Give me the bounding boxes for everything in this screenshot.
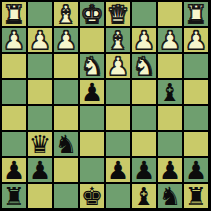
square-g1[interactable] xyxy=(28,2,52,26)
square-d5[interactable] xyxy=(106,106,130,130)
square-g5[interactable] xyxy=(28,106,52,130)
square-d4[interactable] xyxy=(106,80,130,104)
square-e7[interactable] xyxy=(80,158,104,182)
square-h3[interactable] xyxy=(2,54,26,78)
square-f2[interactable]: ♟ xyxy=(54,28,78,52)
piece-white-pawn[interactable]: ♟ xyxy=(185,28,207,53)
piece-white-bishop[interactable]: ♝ xyxy=(55,2,77,27)
square-c4[interactable] xyxy=(132,80,156,104)
piece-black-pawn[interactable]: ♟ xyxy=(29,158,51,183)
piece-white-king[interactable]: ♚ xyxy=(81,2,103,27)
square-c8[interactable]: ♝ xyxy=(132,184,156,208)
square-f4[interactable] xyxy=(54,80,78,104)
piece-white-pawn[interactable]: ♟ xyxy=(133,28,155,53)
square-g8[interactable] xyxy=(28,184,52,208)
piece-black-pawn[interactable]: ♟ xyxy=(159,158,181,183)
square-d7[interactable]: ♟ xyxy=(106,158,130,182)
square-h1[interactable]: ♜ xyxy=(2,2,26,26)
square-e5[interactable] xyxy=(80,106,104,130)
square-h2[interactable]: ♟ xyxy=(2,28,26,52)
square-a7[interactable]: ♟ xyxy=(184,158,208,182)
square-h7[interactable]: ♟ xyxy=(2,158,26,182)
square-c7[interactable]: ♟ xyxy=(132,158,156,182)
square-b3[interactable] xyxy=(158,54,182,78)
square-c6[interactable] xyxy=(132,132,156,156)
piece-white-pawn[interactable]: ♟ xyxy=(107,54,129,79)
square-e1[interactable]: ♚ xyxy=(80,2,104,26)
square-c5[interactable] xyxy=(132,106,156,130)
square-d3[interactable]: ♟ xyxy=(106,54,130,78)
square-f5[interactable] xyxy=(54,106,78,130)
square-d6[interactable] xyxy=(106,132,130,156)
piece-white-bishop[interactable]: ♝ xyxy=(107,28,129,53)
square-a2[interactable]: ♟ xyxy=(184,28,208,52)
piece-black-pawn[interactable]: ♟ xyxy=(3,158,25,183)
square-d2[interactable]: ♝ xyxy=(106,28,130,52)
square-b2[interactable]: ♟ xyxy=(158,28,182,52)
square-g3[interactable] xyxy=(28,54,52,78)
square-a4[interactable] xyxy=(184,80,208,104)
square-e4[interactable]: ♟ xyxy=(80,80,104,104)
square-b7[interactable]: ♟ xyxy=(158,158,182,182)
square-d1[interactable]: ♛ xyxy=(106,2,130,26)
square-a8[interactable]: ♜ xyxy=(184,184,208,208)
piece-white-queen[interactable]: ♛ xyxy=(107,2,129,27)
square-b1[interactable] xyxy=(158,2,182,26)
square-d8[interactable] xyxy=(106,184,130,208)
square-b5[interactable] xyxy=(158,106,182,130)
square-g4[interactable] xyxy=(28,80,52,104)
piece-white-pawn[interactable]: ♟ xyxy=(55,28,77,53)
square-h6[interactable] xyxy=(2,132,26,156)
square-a5[interactable] xyxy=(184,106,208,130)
square-g7[interactable]: ♟ xyxy=(28,158,52,182)
square-c2[interactable]: ♟ xyxy=(132,28,156,52)
square-h8[interactable]: ♜ xyxy=(2,184,26,208)
square-g6[interactable]: ♛ xyxy=(28,132,52,156)
piece-black-king[interactable]: ♚ xyxy=(81,184,103,209)
piece-black-bishop[interactable]: ♝ xyxy=(159,80,181,105)
piece-black-rook[interactable]: ♜ xyxy=(185,184,207,209)
piece-black-rook[interactable]: ♜ xyxy=(3,184,25,209)
square-c3[interactable]: ♞ xyxy=(132,54,156,78)
square-h4[interactable] xyxy=(2,80,26,104)
piece-black-knight[interactable]: ♞ xyxy=(55,132,77,157)
square-e3[interactable]: ♞ xyxy=(80,54,104,78)
square-e8[interactable]: ♚ xyxy=(80,184,104,208)
piece-white-rook[interactable]: ♜ xyxy=(185,2,207,27)
piece-black-pawn[interactable]: ♟ xyxy=(133,158,155,183)
square-a6[interactable] xyxy=(184,132,208,156)
square-f3[interactable] xyxy=(54,54,78,78)
piece-white-pawn[interactable]: ♟ xyxy=(3,28,25,53)
piece-white-pawn[interactable]: ♟ xyxy=(29,28,51,53)
square-b4[interactable]: ♝ xyxy=(158,80,182,104)
square-h5[interactable] xyxy=(2,106,26,130)
square-e2[interactable] xyxy=(80,28,104,52)
piece-white-pawn[interactable]: ♟ xyxy=(159,28,181,53)
square-b8[interactable]: ♞ xyxy=(158,184,182,208)
chess-board: ♜♝♚♛♜♟♟♟♝♟♟♟♞♟♞♟♝♛♞♟♟♟♟♟♟♜♚♝♞♜ xyxy=(0,0,211,211)
piece-black-pawn[interactable]: ♟ xyxy=(81,80,103,105)
square-g2[interactable]: ♟ xyxy=(28,28,52,52)
square-f8[interactable] xyxy=(54,184,78,208)
piece-black-pawn[interactable]: ♟ xyxy=(107,158,129,183)
piece-black-queen[interactable]: ♛ xyxy=(29,132,51,157)
square-c1[interactable] xyxy=(132,2,156,26)
square-f7[interactable] xyxy=(54,158,78,182)
square-b6[interactable] xyxy=(158,132,182,156)
square-a1[interactable]: ♜ xyxy=(184,2,208,26)
piece-black-knight[interactable]: ♞ xyxy=(159,184,181,209)
square-f6[interactable]: ♞ xyxy=(54,132,78,156)
square-f1[interactable]: ♝ xyxy=(54,2,78,26)
piece-black-pawn[interactable]: ♟ xyxy=(185,158,207,183)
piece-black-bishop[interactable]: ♝ xyxy=(133,184,155,209)
piece-white-knight[interactable]: ♞ xyxy=(81,54,103,79)
piece-white-knight[interactable]: ♞ xyxy=(133,54,155,79)
square-e6[interactable] xyxy=(80,132,104,156)
piece-white-rook[interactable]: ♜ xyxy=(3,2,25,27)
square-a3[interactable] xyxy=(184,54,208,78)
